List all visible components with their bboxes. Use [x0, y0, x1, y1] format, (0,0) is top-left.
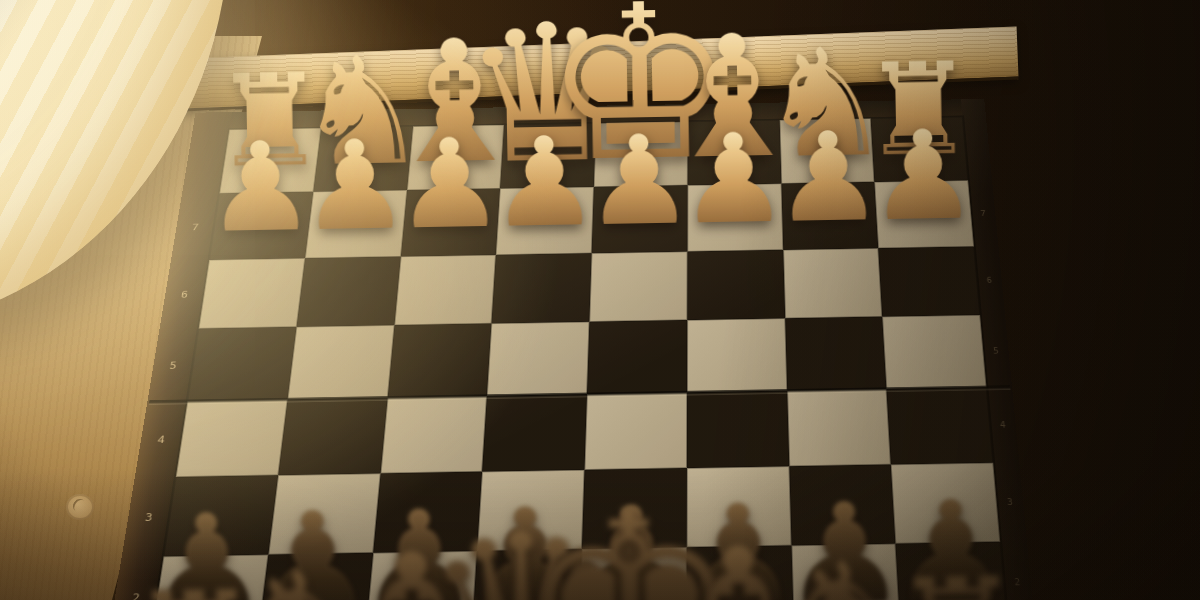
piece-h1-rook[interactable]: ♜	[889, 559, 1025, 600]
scene: { "game": "chess", "scene_description": …	[0, 0, 1200, 600]
piece-h7-pawn[interactable]: ♟	[867, 113, 979, 238]
